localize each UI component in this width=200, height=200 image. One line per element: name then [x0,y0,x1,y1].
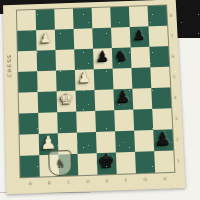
board-grid: ♟♟♟♞♟♚♟♟♟♚ [17,5,174,177]
file-label: G [143,177,147,182]
square-f8 [110,7,130,28]
chessboard-photo: CHESS ♟♟♟♞♟♚♟♟♟♚ ♞ ABCDEFGH 87654321 [0,0,200,200]
square-c8 [54,9,73,30]
square-d5: ♟ [75,69,95,90]
square-f7 [111,27,131,48]
square-b4 [38,91,58,113]
square-h5 [150,67,170,88]
square-h1 [154,150,174,172]
rank-label: 5 [173,74,176,79]
square-f2 [115,131,135,153]
square-d8 [73,8,92,29]
file-label: F [125,178,128,183]
file-labels: ABCDEFGH [21,176,175,187]
square-h8 [148,5,168,26]
file-label: C [67,180,70,185]
square-e6: ♟ [93,48,113,69]
square-h7 [148,26,168,47]
square-g8 [129,6,149,27]
square-e7 [92,28,112,49]
file-label: D [86,179,90,184]
square-b7: ♟ [36,30,55,51]
square-f4: ♟ [113,89,133,111]
black-pawn: ♟ [116,89,131,106]
file-label: A [29,181,32,186]
square-a7 [17,30,36,51]
square-c7 [55,29,74,50]
square-f1 [116,152,136,174]
knight-emblem-icon: ♞ [55,157,66,170]
square-a4 [19,92,38,114]
white-pawn: ♟ [39,31,52,45]
black-knight: ♞ [115,49,129,64]
rank-label: 8 [169,13,172,18]
square-d6 [74,49,94,70]
rank-label: 1 [177,158,180,163]
vinyl-board: CHESS ♟♟♟♞♟♚♟♟♟♚ ♞ ABCDEFGH 87654321 [3,0,185,194]
black-pawn: ♟ [96,49,110,64]
square-g6 [131,47,151,68]
square-a3 [19,113,39,135]
square-g7: ♟ [130,26,150,47]
square-e1: ♚ [97,153,117,175]
black-king: ♚ [98,152,116,172]
rank-label: 4 [174,95,177,100]
square-h6 [149,46,169,67]
white-pawn: ♟ [77,70,91,86]
square-f6: ♞ [112,47,132,68]
file-label: H [163,176,167,181]
file-label: E [106,178,109,183]
square-d3 [76,111,96,133]
square-c4: ♚ [57,91,77,113]
white-pawn: ♟ [40,133,57,152]
rank-label: 7 [171,33,174,38]
square-h4 [151,87,171,109]
square-g5 [131,67,151,88]
square-a5 [18,71,37,92]
square-g2 [134,130,154,152]
square-e4 [94,89,114,111]
square-e8 [92,7,111,28]
square-a6 [18,51,37,72]
square-c5 [56,70,76,91]
square-a1 [20,155,40,177]
square-g1 [135,151,155,173]
rank-label: 3 [175,116,178,121]
square-b8 [36,9,55,30]
file-label: B [48,180,51,185]
square-f3 [114,110,134,132]
rank-label: 6 [172,54,175,59]
square-h2: ♟ [153,129,173,151]
rank-label: 2 [176,137,179,142]
square-d4 [76,90,96,112]
square-b5 [37,71,56,92]
square-g3 [133,109,153,131]
square-d1 [78,153,98,175]
square-c6 [55,49,74,70]
black-pawn: ♟ [133,28,146,42]
square-g4 [132,88,152,110]
square-a2 [20,134,40,156]
black-pawn: ♟ [155,129,172,148]
square-c3 [57,112,77,134]
square-f5 [113,68,133,89]
knight-shield-emblem: ♞ [48,150,72,176]
square-e3 [95,110,115,132]
white-king: ♚ [59,91,74,108]
square-d2 [77,132,97,154]
board-brand-text: CHESS [6,53,12,77]
square-e5 [94,69,114,90]
square-a8 [17,10,36,31]
square-d7 [74,28,93,49]
square-b6 [37,50,56,71]
